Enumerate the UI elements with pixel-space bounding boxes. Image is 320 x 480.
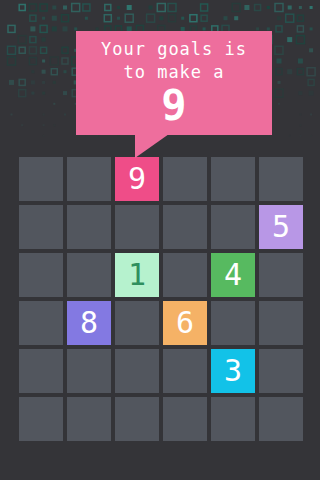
board-cell-empty — [19, 157, 63, 201]
board-cell-empty — [19, 301, 63, 345]
board-cell-empty — [259, 301, 303, 345]
board-cell-empty — [115, 397, 159, 441]
tile-3[interactable]: 3 — [211, 349, 255, 393]
board-cell-empty — [211, 301, 255, 345]
tile-8[interactable]: 8 — [67, 301, 111, 345]
goal-target-number: 9 — [161, 85, 186, 127]
board-cell-empty — [67, 157, 111, 201]
speech-bubble-tail — [135, 134, 169, 158]
board-cell-empty — [67, 253, 111, 297]
board-cell-empty — [211, 157, 255, 201]
board-cell-empty — [259, 157, 303, 201]
board-cell-empty — [19, 397, 63, 441]
tile-1[interactable]: 1 — [115, 253, 159, 297]
board-cell-empty — [67, 205, 111, 249]
board-cell-empty — [19, 205, 63, 249]
board-cell-empty — [19, 253, 63, 297]
board-cell-empty — [163, 157, 207, 201]
board-cell-empty — [67, 397, 111, 441]
tile-9[interactable]: 9 — [115, 157, 159, 201]
tile-6[interactable]: 6 — [163, 301, 207, 345]
board-cell-empty — [163, 397, 207, 441]
board-cell-empty — [259, 253, 303, 297]
board-cell-empty — [115, 301, 159, 345]
board-cell-empty — [115, 205, 159, 249]
board-cell-empty — [259, 349, 303, 393]
board-cell-empty — [163, 253, 207, 297]
board-cell-empty — [259, 397, 303, 441]
board-cell-empty — [163, 349, 207, 393]
board-cell-empty — [19, 349, 63, 393]
board-cell-empty — [211, 205, 255, 249]
goal-speech-bubble: Your goals is to make a 9 — [76, 31, 272, 135]
board-cell-empty — [115, 349, 159, 393]
board-cell-empty — [163, 205, 207, 249]
board: 9514863 — [19, 157, 303, 441]
board-cell-empty — [67, 349, 111, 393]
board-cell-empty — [211, 397, 255, 441]
tile-4[interactable]: 4 — [211, 253, 255, 297]
goal-text-line1: Your goals is — [101, 38, 247, 61]
tile-5[interactable]: 5 — [259, 205, 303, 249]
